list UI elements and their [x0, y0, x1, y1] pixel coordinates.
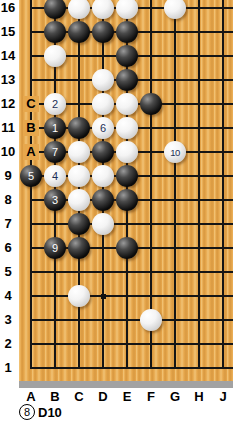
marker-B-A11: B: [23, 120, 39, 136]
stone-white-D12: [92, 93, 114, 115]
row-label-2: 2: [0, 336, 16, 352]
stone-black-C15: [68, 21, 90, 43]
stone-white-E16: [116, 0, 138, 19]
stone-black-B6: 9: [44, 237, 66, 259]
row-label-5: 5: [0, 264, 16, 280]
stone-white-E10: [116, 141, 138, 163]
move-location-text: D10: [38, 405, 62, 420]
stone-white-B14: [44, 45, 66, 67]
row-label-16: 16: [0, 0, 16, 16]
stone-black-F12: [140, 93, 162, 115]
col-label-H: H: [191, 390, 207, 404]
move-number-circle: 8: [19, 404, 35, 420]
row-label-6: 6: [0, 240, 16, 256]
col-label-A: A: [23, 390, 39, 404]
col-label-F: F: [143, 390, 159, 404]
stone-black-D10: [92, 141, 114, 163]
move-number: 1: [52, 122, 58, 134]
stone-white-E12: [116, 93, 138, 115]
stone-black-B16: [44, 0, 66, 19]
stone-black-E8: [116, 189, 138, 211]
move-number: 4: [52, 170, 58, 182]
stone-black-C6: [68, 237, 90, 259]
stone-black-B8: 3: [44, 189, 66, 211]
stone-black-E6: [116, 237, 138, 259]
stone-white-G16: [164, 0, 186, 19]
move-number: 7: [52, 146, 58, 158]
stone-white-C8: [68, 189, 90, 211]
marker-A-A10: A: [23, 144, 39, 160]
stone-black-A9: 5: [20, 165, 42, 187]
grid-line-row-3: [30, 319, 233, 321]
move-number: 6: [100, 122, 106, 134]
stone-black-B10: 7: [44, 141, 66, 163]
stone-white-C9: [68, 165, 90, 187]
grid-line-row-4: [30, 295, 233, 297]
row-label-1: 1: [0, 360, 16, 376]
grid-line-row-7: [30, 223, 233, 225]
board-shadow: [19, 381, 233, 388]
stone-black-B11: 1: [44, 117, 66, 139]
footer-note: 8 D10: [19, 403, 62, 421]
row-label-12: 12: [0, 96, 16, 112]
stone-white-B12: 2: [44, 93, 66, 115]
move-number: 10: [170, 147, 180, 158]
stone-black-D15: [92, 21, 114, 43]
col-label-E: E: [119, 390, 135, 404]
stone-white-C10: [68, 141, 90, 163]
row-label-4: 4: [0, 288, 16, 304]
stone-white-F3: [140, 309, 162, 331]
grid-line-row-1: [30, 367, 233, 369]
stone-white-E11: [116, 117, 138, 139]
col-label-G: G: [167, 390, 183, 404]
stone-black-C11: [68, 117, 90, 139]
row-label-9: 9: [0, 168, 16, 184]
row-label-15: 15: [0, 24, 16, 40]
stone-black-C7: [68, 213, 90, 235]
stone-white-B9: 4: [44, 165, 66, 187]
move-number: 5: [28, 170, 34, 182]
stone-white-D9: [92, 165, 114, 187]
col-label-B: B: [47, 390, 63, 404]
star-point-D4: [101, 294, 106, 299]
stone-white-C16: [68, 0, 90, 19]
stone-black-E9: [116, 165, 138, 187]
move-number: 9: [52, 242, 58, 254]
col-label-J: J: [215, 390, 231, 404]
row-label-14: 14: [0, 48, 16, 64]
go-board[interactable]: 2167105439CBA: [19, 0, 233, 381]
stone-white-D13: [92, 69, 114, 91]
stone-black-D8: [92, 189, 114, 211]
row-label-8: 8: [0, 192, 16, 208]
stone-white-G10: 10: [164, 141, 186, 163]
grid-line-row-5: [30, 271, 233, 273]
stone-white-D11: 6: [92, 117, 114, 139]
stone-black-E14: [116, 45, 138, 67]
col-label-C: C: [71, 390, 87, 404]
row-label-10: 10: [0, 144, 16, 160]
stone-white-D7: [92, 213, 114, 235]
stone-black-E15: [116, 21, 138, 43]
col-label-D: D: [95, 390, 111, 404]
grid-line-row-2: [30, 343, 233, 345]
stone-white-D16: [92, 0, 114, 19]
move-number: 2: [52, 98, 58, 110]
row-label-7: 7: [0, 216, 16, 232]
stone-black-E13: [116, 69, 138, 91]
marker-C-A12: C: [23, 96, 39, 112]
move-number: 3: [52, 194, 58, 206]
row-label-3: 3: [0, 312, 16, 328]
go-diagram: 2167105439CBA 16151413121110987654321ABC…: [0, 0, 233, 441]
row-label-11: 11: [0, 120, 16, 136]
stone-white-C4: [68, 285, 90, 307]
stone-black-B15: [44, 21, 66, 43]
row-label-13: 13: [0, 72, 16, 88]
